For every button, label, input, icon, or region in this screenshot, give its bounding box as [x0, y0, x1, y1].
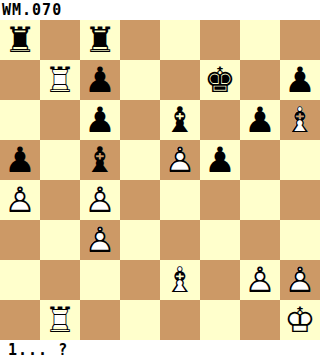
piece-white-bishop[interactable]: ♝♗ [160, 260, 200, 300]
square-c2[interactable] [80, 260, 120, 300]
square-g3[interactable] [240, 220, 280, 260]
square-h7[interactable]: ♟ [280, 60, 320, 100]
piece-glyph: ♜ [80, 20, 120, 60]
piece-black-rook[interactable]: ♜ [80, 20, 120, 60]
square-e3[interactable] [160, 220, 200, 260]
square-g7[interactable] [240, 60, 280, 100]
square-g4[interactable] [240, 180, 280, 220]
piece-outline: ♖ [40, 300, 80, 340]
square-e4[interactable] [160, 180, 200, 220]
piece-glyph: ♟ [280, 60, 320, 100]
chess-app-window: WM.070 ♜♜♜♖♟♚♟♟♝♟♝♗♟♝♟♙♟♟♙♟♙♟♙♝♗♟♙♟♙♜♖♚♔… [0, 0, 320, 360]
piece-glyph: ♝ [160, 100, 200, 140]
square-b8[interactable] [40, 20, 80, 60]
piece-outline: ♙ [280, 260, 320, 300]
square-g8[interactable] [240, 20, 280, 60]
square-e5[interactable]: ♟♙ [160, 140, 200, 180]
piece-black-pawn[interactable]: ♟ [80, 100, 120, 140]
square-c5[interactable]: ♝ [80, 140, 120, 180]
square-h2[interactable]: ♟♙ [280, 260, 320, 300]
piece-white-rook[interactable]: ♜♖ [40, 60, 80, 100]
piece-glyph: ♚ [200, 60, 240, 100]
piece-glyph: ♟ [200, 140, 240, 180]
piece-glyph: ♝ [80, 140, 120, 180]
square-d5[interactable] [120, 140, 160, 180]
square-e1[interactable] [160, 300, 200, 340]
square-c3[interactable]: ♟♙ [80, 220, 120, 260]
piece-black-pawn[interactable]: ♟ [0, 140, 40, 180]
square-f7[interactable]: ♚ [200, 60, 240, 100]
square-f8[interactable] [200, 20, 240, 60]
piece-black-bishop[interactable]: ♝ [160, 100, 200, 140]
piece-outline: ♖ [40, 60, 80, 100]
square-f6[interactable] [200, 100, 240, 140]
piece-black-pawn[interactable]: ♟ [200, 140, 240, 180]
piece-outline: ♔ [280, 300, 320, 340]
square-f5[interactable]: ♟ [200, 140, 240, 180]
square-b4[interactable] [40, 180, 80, 220]
square-h8[interactable] [280, 20, 320, 60]
square-h3[interactable] [280, 220, 320, 260]
square-d4[interactable] [120, 180, 160, 220]
square-d1[interactable] [120, 300, 160, 340]
piece-white-king[interactable]: ♚♔ [280, 300, 320, 340]
piece-outline: ♗ [160, 260, 200, 300]
chess-board: ♜♜♜♖♟♚♟♟♝♟♝♗♟♝♟♙♟♟♙♟♙♟♙♝♗♟♙♟♙♜♖♚♔ [0, 20, 320, 340]
piece-black-pawn[interactable]: ♟ [280, 60, 320, 100]
square-a6[interactable] [0, 100, 40, 140]
square-a1[interactable] [0, 300, 40, 340]
square-g2[interactable]: ♟♙ [240, 260, 280, 300]
piece-white-pawn[interactable]: ♟♙ [240, 260, 280, 300]
square-d2[interactable] [120, 260, 160, 300]
piece-white-rook[interactable]: ♜♖ [40, 300, 80, 340]
piece-white-pawn[interactable]: ♟♙ [160, 140, 200, 180]
piece-white-pawn[interactable]: ♟♙ [80, 220, 120, 260]
piece-outline: ♙ [0, 180, 40, 220]
square-c8[interactable]: ♜ [80, 20, 120, 60]
square-h6[interactable]: ♝♗ [280, 100, 320, 140]
piece-outline: ♙ [240, 260, 280, 300]
square-b2[interactable] [40, 260, 80, 300]
square-d3[interactable] [120, 220, 160, 260]
square-b3[interactable] [40, 220, 80, 260]
square-b5[interactable] [40, 140, 80, 180]
square-d7[interactable] [120, 60, 160, 100]
square-e7[interactable] [160, 60, 200, 100]
puzzle-title: WM.070 [0, 0, 320, 20]
piece-black-pawn[interactable]: ♟ [240, 100, 280, 140]
piece-outline: ♙ [80, 220, 120, 260]
piece-black-pawn[interactable]: ♟ [80, 60, 120, 100]
square-b7[interactable]: ♜♖ [40, 60, 80, 100]
piece-white-pawn[interactable]: ♟♙ [0, 180, 40, 220]
square-f2[interactable] [200, 260, 240, 300]
piece-white-bishop[interactable]: ♝♗ [280, 100, 320, 140]
piece-outline: ♙ [80, 180, 120, 220]
piece-glyph: ♟ [240, 100, 280, 140]
square-a2[interactable] [0, 260, 40, 300]
square-h5[interactable] [280, 140, 320, 180]
square-c4[interactable]: ♟♙ [80, 180, 120, 220]
piece-black-king[interactable]: ♚ [200, 60, 240, 100]
piece-outline: ♙ [160, 140, 200, 180]
square-g5[interactable] [240, 140, 280, 180]
square-d6[interactable] [120, 100, 160, 140]
square-h4[interactable] [280, 180, 320, 220]
piece-glyph: ♟ [80, 60, 120, 100]
square-c7[interactable]: ♟ [80, 60, 120, 100]
square-b6[interactable] [40, 100, 80, 140]
piece-white-pawn[interactable]: ♟♙ [80, 180, 120, 220]
square-a3[interactable] [0, 220, 40, 260]
piece-black-bishop[interactable]: ♝ [80, 140, 120, 180]
square-b1[interactable]: ♜♖ [40, 300, 80, 340]
square-d8[interactable] [120, 20, 160, 60]
square-a7[interactable] [0, 60, 40, 100]
square-a5[interactable]: ♟ [0, 140, 40, 180]
square-a4[interactable]: ♟♙ [0, 180, 40, 220]
square-g1[interactable] [240, 300, 280, 340]
square-c1[interactable] [80, 300, 120, 340]
piece-outline: ♗ [280, 100, 320, 140]
square-e8[interactable] [160, 20, 200, 60]
piece-white-pawn[interactable]: ♟♙ [280, 260, 320, 300]
piece-glyph: ♟ [80, 100, 120, 140]
square-e2[interactable]: ♝♗ [160, 260, 200, 300]
square-f4[interactable] [200, 180, 240, 220]
piece-glyph: ♜ [0, 20, 40, 60]
square-h1[interactable]: ♚♔ [280, 300, 320, 340]
piece-black-rook[interactable]: ♜ [0, 20, 40, 60]
square-g6[interactable]: ♟ [240, 100, 280, 140]
square-c6[interactable]: ♟ [80, 100, 120, 140]
piece-glyph: ♟ [0, 140, 40, 180]
square-e6[interactable]: ♝ [160, 100, 200, 140]
square-f3[interactable] [200, 220, 240, 260]
move-prompt: 1... ? [0, 340, 320, 360]
square-f1[interactable] [200, 300, 240, 340]
square-a8[interactable]: ♜ [0, 20, 40, 60]
